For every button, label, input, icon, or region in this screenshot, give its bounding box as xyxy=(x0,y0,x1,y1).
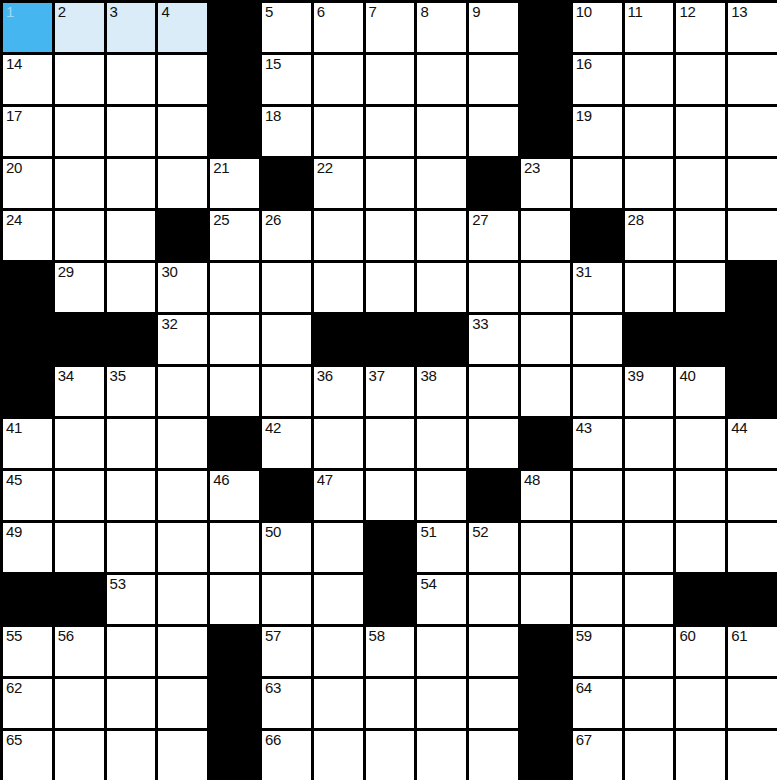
black-cell xyxy=(521,679,570,728)
clue-number: 34 xyxy=(58,368,74,385)
white-cell[interactable] xyxy=(55,731,104,780)
clue-number: 52 xyxy=(472,524,488,541)
white-cell[interactable] xyxy=(676,419,725,468)
white-cell[interactable] xyxy=(469,679,518,728)
white-cell[interactable]: 2 xyxy=(55,3,104,52)
white-cell[interactable] xyxy=(210,523,259,572)
clue-number: 61 xyxy=(731,628,747,645)
white-cell[interactable]: 15 xyxy=(262,55,311,104)
clue-number: 43 xyxy=(576,420,592,437)
white-cell[interactable] xyxy=(262,263,311,312)
clue-number: 42 xyxy=(265,420,281,437)
white-cell[interactable] xyxy=(417,107,466,156)
white-cell[interactable] xyxy=(158,55,207,104)
clue-number: 54 xyxy=(420,576,436,593)
clue-number: 58 xyxy=(369,628,385,645)
black-cell xyxy=(210,419,259,468)
black-cell xyxy=(521,55,570,104)
white-cell[interactable] xyxy=(314,523,363,572)
white-cell[interactable] xyxy=(262,575,311,624)
white-cell[interactable] xyxy=(469,419,518,468)
black-cell xyxy=(521,627,570,676)
black-cell xyxy=(676,575,725,624)
white-cell[interactable]: 32 xyxy=(158,315,207,364)
white-cell[interactable]: 19 xyxy=(573,107,622,156)
clue-number: 5 xyxy=(265,4,273,21)
crossword-grid: 1234567891011121314151617181920212223242… xyxy=(0,0,777,780)
white-cell[interactable] xyxy=(314,419,363,468)
white-cell[interactable] xyxy=(573,367,622,416)
white-cell[interactable]: 50 xyxy=(262,523,311,572)
white-cell[interactable]: 4 xyxy=(158,3,207,52)
white-cell[interactable] xyxy=(366,55,415,104)
white-cell[interactable] xyxy=(676,159,725,208)
clue-number: 57 xyxy=(265,628,281,645)
black-cell xyxy=(3,575,52,624)
clue-number: 67 xyxy=(576,732,592,749)
white-cell[interactable] xyxy=(366,471,415,520)
clue-number: 24 xyxy=(6,212,22,229)
clue-number: 65 xyxy=(6,732,22,749)
white-cell[interactable] xyxy=(107,419,156,468)
white-cell[interactable] xyxy=(521,263,570,312)
white-cell[interactable] xyxy=(728,731,777,780)
clue-number: 13 xyxy=(731,4,747,21)
white-cell[interactable] xyxy=(107,159,156,208)
black-cell xyxy=(728,367,777,416)
black-cell xyxy=(262,159,311,208)
clue-number: 41 xyxy=(6,420,22,437)
white-cell[interactable] xyxy=(625,419,674,468)
clue-number: 48 xyxy=(524,472,540,489)
white-cell[interactable] xyxy=(55,55,104,104)
clue-number: 14 xyxy=(6,56,22,73)
white-cell[interactable]: 55 xyxy=(3,627,52,676)
black-cell xyxy=(314,315,363,364)
black-cell xyxy=(469,159,518,208)
white-cell[interactable] xyxy=(366,107,415,156)
clue-number: 33 xyxy=(472,316,488,333)
clue-number: 60 xyxy=(679,628,695,645)
white-cell[interactable] xyxy=(676,55,725,104)
white-cell[interactable] xyxy=(625,575,674,624)
white-cell[interactable]: 27 xyxy=(469,211,518,260)
white-cell[interactable]: 17 xyxy=(3,107,52,156)
clue-number: 62 xyxy=(6,680,22,697)
white-cell[interactable] xyxy=(417,419,466,468)
clue-number: 32 xyxy=(161,316,177,333)
black-cell xyxy=(521,107,570,156)
white-cell[interactable]: 7 xyxy=(366,3,415,52)
white-cell[interactable] xyxy=(521,575,570,624)
black-cell xyxy=(728,263,777,312)
white-cell[interactable] xyxy=(314,263,363,312)
white-cell[interactable] xyxy=(573,471,622,520)
clue-number: 55 xyxy=(6,628,22,645)
black-cell xyxy=(3,367,52,416)
white-cell[interactable] xyxy=(676,211,725,260)
black-cell xyxy=(210,731,259,780)
white-cell[interactable] xyxy=(55,211,104,260)
white-cell[interactable] xyxy=(158,107,207,156)
white-cell[interactable] xyxy=(573,315,622,364)
clue-number: 63 xyxy=(265,680,281,697)
white-cell[interactable] xyxy=(107,263,156,312)
clue-number: 18 xyxy=(265,108,281,125)
white-cell[interactable] xyxy=(55,419,104,468)
white-cell[interactable] xyxy=(728,471,777,520)
white-cell[interactable]: 39 xyxy=(625,367,674,416)
clue-number: 31 xyxy=(576,264,592,281)
white-cell[interactable] xyxy=(314,575,363,624)
black-cell xyxy=(417,315,466,364)
white-cell[interactable]: 56 xyxy=(55,627,104,676)
white-cell[interactable] xyxy=(417,55,466,104)
white-cell[interactable]: 36 xyxy=(314,367,363,416)
white-cell[interactable] xyxy=(625,471,674,520)
clue-number: 64 xyxy=(576,680,592,697)
white-cell[interactable] xyxy=(469,263,518,312)
white-cell[interactable] xyxy=(625,263,674,312)
black-cell xyxy=(210,55,259,104)
white-cell[interactable]: 33 xyxy=(469,315,518,364)
white-cell[interactable] xyxy=(469,575,518,624)
white-cell[interactable]: 63 xyxy=(262,679,311,728)
clue-number: 7 xyxy=(369,4,377,21)
clue-number: 39 xyxy=(628,368,644,385)
black-cell xyxy=(676,315,725,364)
white-cell[interactable] xyxy=(676,523,725,572)
white-cell[interactable]: 25 xyxy=(210,211,259,260)
white-cell[interactable]: 62 xyxy=(3,679,52,728)
white-cell[interactable] xyxy=(55,159,104,208)
white-cell[interactable] xyxy=(158,575,207,624)
white-cell[interactable] xyxy=(314,55,363,104)
white-cell[interactable]: 12 xyxy=(676,3,725,52)
white-cell[interactable] xyxy=(366,679,415,728)
white-cell[interactable] xyxy=(728,679,777,728)
white-cell[interactable]: 52 xyxy=(469,523,518,572)
clue-number: 66 xyxy=(265,732,281,749)
white-cell[interactable] xyxy=(625,107,674,156)
white-cell[interactable]: 29 xyxy=(55,263,104,312)
black-cell xyxy=(521,419,570,468)
clue-number: 47 xyxy=(317,472,333,489)
white-cell[interactable] xyxy=(366,419,415,468)
clue-number: 12 xyxy=(679,4,695,21)
clue-number: 4 xyxy=(161,4,169,21)
white-cell[interactable] xyxy=(676,471,725,520)
white-cell[interactable] xyxy=(469,55,518,104)
white-cell[interactable] xyxy=(158,419,207,468)
white-cell[interactable] xyxy=(314,679,363,728)
white-cell[interactable] xyxy=(314,731,363,780)
white-cell[interactable] xyxy=(158,679,207,728)
white-cell[interactable]: 30 xyxy=(158,263,207,312)
white-cell[interactable]: 65 xyxy=(3,731,52,780)
white-cell[interactable] xyxy=(676,679,725,728)
white-cell[interactable] xyxy=(625,679,674,728)
white-cell[interactable] xyxy=(676,107,725,156)
black-cell xyxy=(55,575,104,624)
clue-number: 16 xyxy=(576,56,592,73)
white-cell[interactable]: 51 xyxy=(417,523,466,572)
clue-number: 46 xyxy=(213,472,229,489)
white-cell[interactable] xyxy=(676,263,725,312)
clue-number: 56 xyxy=(58,628,74,645)
clue-number: 40 xyxy=(679,368,695,385)
black-cell xyxy=(3,263,52,312)
clue-number: 50 xyxy=(265,524,281,541)
white-cell[interactable] xyxy=(417,627,466,676)
white-cell[interactable]: 14 xyxy=(3,55,52,104)
white-cell[interactable] xyxy=(366,159,415,208)
white-cell[interactable] xyxy=(417,731,466,780)
white-cell[interactable] xyxy=(728,55,777,104)
white-cell[interactable]: 58 xyxy=(366,627,415,676)
black-cell xyxy=(210,627,259,676)
clue-number: 20 xyxy=(6,160,22,177)
white-cell[interactable] xyxy=(417,471,466,520)
white-cell[interactable]: 37 xyxy=(366,367,415,416)
white-cell[interactable] xyxy=(469,731,518,780)
white-cell[interactable]: 64 xyxy=(573,679,622,728)
white-cell[interactable]: 42 xyxy=(262,419,311,468)
white-cell[interactable]: 49 xyxy=(3,523,52,572)
white-cell[interactable] xyxy=(728,159,777,208)
black-cell xyxy=(366,575,415,624)
white-cell[interactable]: 31 xyxy=(573,263,622,312)
white-cell[interactable] xyxy=(262,367,311,416)
white-cell[interactable] xyxy=(676,731,725,780)
clue-number: 35 xyxy=(110,368,126,385)
white-cell[interactable]: 44 xyxy=(728,419,777,468)
white-cell[interactable]: 59 xyxy=(573,627,622,676)
white-cell[interactable] xyxy=(728,523,777,572)
black-cell xyxy=(210,107,259,156)
white-cell[interactable]: 8 xyxy=(417,3,466,52)
clue-number: 44 xyxy=(731,420,747,437)
white-cell[interactable] xyxy=(469,367,518,416)
white-cell[interactable] xyxy=(158,731,207,780)
black-cell xyxy=(728,315,777,364)
white-cell[interactable]: 38 xyxy=(417,367,466,416)
clue-number: 6 xyxy=(317,4,325,21)
clue-number: 37 xyxy=(369,368,385,385)
white-cell[interactable]: 53 xyxy=(107,575,156,624)
clue-number: 8 xyxy=(420,4,428,21)
white-cell[interactable] xyxy=(366,731,415,780)
white-cell[interactable]: 13 xyxy=(728,3,777,52)
white-cell[interactable] xyxy=(107,627,156,676)
white-cell[interactable]: 16 xyxy=(573,55,622,104)
white-cell[interactable]: 3 xyxy=(107,3,156,52)
white-cell[interactable]: 20 xyxy=(3,159,52,208)
white-cell[interactable]: 35 xyxy=(107,367,156,416)
clue-number: 27 xyxy=(472,212,488,229)
white-cell[interactable] xyxy=(417,679,466,728)
black-cell xyxy=(55,315,104,364)
white-cell[interactable]: 47 xyxy=(314,471,363,520)
white-cell[interactable] xyxy=(417,263,466,312)
white-cell[interactable] xyxy=(366,211,415,260)
white-cell[interactable] xyxy=(107,471,156,520)
white-cell[interactable]: 43 xyxy=(573,419,622,468)
clue-number: 10 xyxy=(576,4,592,21)
white-cell[interactable] xyxy=(262,315,311,364)
white-cell[interactable] xyxy=(625,731,674,780)
black-cell xyxy=(210,679,259,728)
clue-number: 3 xyxy=(110,4,118,21)
white-cell[interactable]: 24 xyxy=(3,211,52,260)
white-cell[interactable]: 26 xyxy=(262,211,311,260)
white-cell[interactable]: 66 xyxy=(262,731,311,780)
clue-number: 19 xyxy=(576,108,592,125)
white-cell[interactable] xyxy=(728,211,777,260)
black-cell xyxy=(366,523,415,572)
black-cell xyxy=(107,315,156,364)
white-cell[interactable]: 11 xyxy=(625,3,674,52)
clue-number: 53 xyxy=(110,576,126,593)
white-cell[interactable] xyxy=(521,211,570,260)
clue-number: 51 xyxy=(420,524,436,541)
white-cell[interactable] xyxy=(521,315,570,364)
clue-number: 17 xyxy=(6,108,22,125)
white-cell[interactable]: 34 xyxy=(55,367,104,416)
white-cell[interactable] xyxy=(210,315,259,364)
white-cell[interactable] xyxy=(158,159,207,208)
white-cell[interactable]: 10 xyxy=(573,3,622,52)
black-cell xyxy=(625,315,674,364)
white-cell[interactable] xyxy=(366,263,415,312)
clue-number: 36 xyxy=(317,368,333,385)
clue-number: 30 xyxy=(161,264,177,281)
white-cell[interactable] xyxy=(417,159,466,208)
white-cell[interactable] xyxy=(107,731,156,780)
white-cell[interactable] xyxy=(469,627,518,676)
white-cell[interactable]: 57 xyxy=(262,627,311,676)
clue-number: 29 xyxy=(58,264,74,281)
white-cell[interactable] xyxy=(521,523,570,572)
white-cell[interactable]: 22 xyxy=(314,159,363,208)
white-cell[interactable] xyxy=(55,471,104,520)
clue-number: 15 xyxy=(265,56,281,73)
white-cell[interactable]: 48 xyxy=(521,471,570,520)
white-cell[interactable] xyxy=(625,627,674,676)
white-cell[interactable] xyxy=(55,679,104,728)
white-cell[interactable]: 46 xyxy=(210,471,259,520)
white-cell[interactable] xyxy=(107,523,156,572)
white-cell[interactable] xyxy=(521,367,570,416)
white-cell[interactable]: 45 xyxy=(3,471,52,520)
black-cell xyxy=(3,315,52,364)
white-cell[interactable]: 1 xyxy=(3,3,52,52)
white-cell[interactable]: 18 xyxy=(262,107,311,156)
white-cell[interactable] xyxy=(107,55,156,104)
clue-number: 11 xyxy=(628,4,643,21)
white-cell[interactable]: 60 xyxy=(676,627,725,676)
clue-number: 9 xyxy=(472,4,480,21)
white-cell[interactable] xyxy=(158,367,207,416)
white-cell[interactable] xyxy=(158,627,207,676)
white-cell[interactable]: 61 xyxy=(728,627,777,676)
clue-number: 28 xyxy=(628,212,644,229)
white-cell[interactable] xyxy=(469,107,518,156)
white-cell[interactable]: 28 xyxy=(625,211,674,260)
white-cell[interactable] xyxy=(573,523,622,572)
white-cell[interactable]: 9 xyxy=(469,3,518,52)
white-cell[interactable]: 5 xyxy=(262,3,311,52)
clue-number: 26 xyxy=(265,212,281,229)
black-cell xyxy=(469,471,518,520)
clue-number: 59 xyxy=(576,628,592,645)
white-cell[interactable] xyxy=(728,107,777,156)
white-cell[interactable] xyxy=(107,211,156,260)
white-cell[interactable] xyxy=(107,107,156,156)
white-cell[interactable]: 21 xyxy=(210,159,259,208)
white-cell[interactable] xyxy=(107,679,156,728)
white-cell[interactable] xyxy=(625,159,674,208)
white-cell[interactable] xyxy=(314,627,363,676)
clue-number: 2 xyxy=(58,4,66,21)
white-cell[interactable]: 41 xyxy=(3,419,52,468)
white-cell[interactable] xyxy=(573,159,622,208)
clue-number: 23 xyxy=(524,160,540,177)
clue-number: 1 xyxy=(6,4,14,21)
clue-number: 21 xyxy=(213,160,229,177)
black-cell xyxy=(158,211,207,260)
black-cell xyxy=(521,731,570,780)
white-cell[interactable] xyxy=(573,575,622,624)
white-cell[interactable] xyxy=(314,211,363,260)
white-cell[interactable] xyxy=(158,523,207,572)
clue-number: 49 xyxy=(6,524,22,541)
black-cell xyxy=(521,3,570,52)
white-cell[interactable]: 40 xyxy=(676,367,725,416)
black-cell xyxy=(366,315,415,364)
white-cell[interactable]: 67 xyxy=(573,731,622,780)
clue-number: 45 xyxy=(6,472,22,489)
white-cell[interactable] xyxy=(55,523,104,572)
white-cell[interactable] xyxy=(158,471,207,520)
clue-number: 22 xyxy=(317,160,333,177)
white-cell[interactable] xyxy=(55,107,104,156)
black-cell xyxy=(210,3,259,52)
white-cell[interactable]: 54 xyxy=(417,575,466,624)
white-cell[interactable] xyxy=(210,367,259,416)
white-cell[interactable] xyxy=(314,107,363,156)
clue-number: 38 xyxy=(420,368,436,385)
white-cell[interactable] xyxy=(625,55,674,104)
white-cell[interactable] xyxy=(210,575,259,624)
clue-number: 25 xyxy=(213,212,229,229)
black-cell xyxy=(573,211,622,260)
white-cell[interactable] xyxy=(417,211,466,260)
white-cell[interactable] xyxy=(625,523,674,572)
black-cell xyxy=(728,575,777,624)
white-cell[interactable]: 6 xyxy=(314,3,363,52)
white-cell[interactable] xyxy=(210,263,259,312)
white-cell[interactable]: 23 xyxy=(521,159,570,208)
black-cell xyxy=(262,471,311,520)
